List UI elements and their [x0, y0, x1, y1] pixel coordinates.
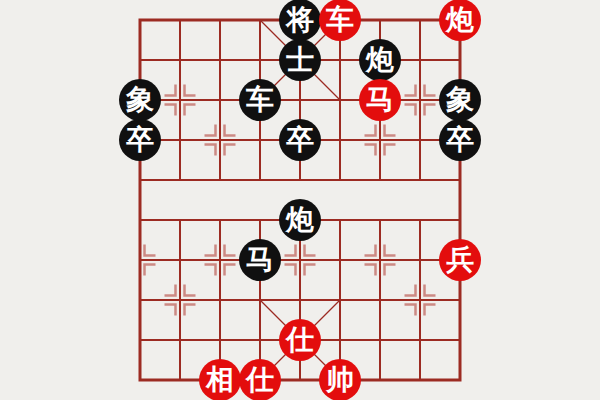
- piece-red-chariot[interactable]: 车: [319, 0, 361, 41]
- piece-black-soldier[interactable]: 卒: [279, 119, 321, 161]
- piece-black-elephant[interactable]: 象: [439, 79, 481, 121]
- piece-black-cannon[interactable]: 炮: [279, 199, 321, 241]
- piece-black-elephant[interactable]: 象: [119, 79, 161, 121]
- xiangqi-board[interactable]: 将车炮士炮象车马象卒卒卒炮马兵仕相仕帅: [0, 0, 600, 400]
- piece-black-soldier[interactable]: 卒: [439, 119, 481, 161]
- piece-black-general[interactable]: 将: [279, 0, 321, 41]
- piece-red-soldier[interactable]: 兵: [439, 239, 481, 281]
- piece-red-general[interactable]: 帅: [319, 359, 361, 400]
- piece-black-chariot[interactable]: 车: [239, 79, 281, 121]
- piece-red-elephant[interactable]: 相: [199, 359, 241, 400]
- piece-red-cannon[interactable]: 炮: [439, 0, 481, 41]
- piece-red-advisor[interactable]: 仕: [239, 359, 281, 400]
- piece-black-horse[interactable]: 马: [239, 239, 281, 281]
- piece-red-horse[interactable]: 马: [359, 79, 401, 121]
- piece-red-advisor[interactable]: 仕: [279, 319, 321, 361]
- piece-black-soldier[interactable]: 卒: [119, 119, 161, 161]
- piece-black-cannon[interactable]: 炮: [359, 39, 401, 81]
- piece-black-advisor[interactable]: 士: [279, 39, 321, 81]
